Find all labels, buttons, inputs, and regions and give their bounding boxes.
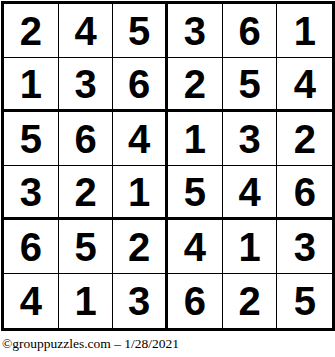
cell-r1c1: 2 [4,4,59,58]
cell-r2c1: 1 [4,58,59,112]
cell-r3c3: 4 [113,112,168,166]
cell-r5c5: 1 [223,220,278,274]
cell-r6c1: 4 [4,274,59,328]
cell-r3c5: 3 [223,112,278,166]
cell-r5c2: 5 [59,220,114,274]
cell-r4c2: 2 [59,166,114,220]
cell-r4c4: 5 [168,166,223,220]
cell-r5c4: 4 [168,220,223,274]
cell-r5c1: 6 [4,220,59,274]
cell-r3c2: 6 [59,112,114,166]
cell-r1c3: 5 [113,4,168,58]
sudoku-board: 245361136254564132321546652413413625 [1,1,335,331]
cell-r6c4: 6 [168,274,223,328]
cell-r3c6: 2 [277,112,332,166]
cell-r3c4: 1 [168,112,223,166]
cell-r1c5: 6 [223,4,278,58]
sudoku-page: 245361136254564132321546652413413625 ©gr… [0,0,335,357]
cell-r2c5: 5 [223,58,278,112]
cell-r1c6: 1 [277,4,332,58]
cell-r6c3: 3 [113,274,168,328]
cell-r6c5: 2 [223,274,278,328]
cell-r3c1: 5 [4,112,59,166]
cell-r4c5: 4 [223,166,278,220]
cell-r4c3: 1 [113,166,168,220]
cell-r4c6: 6 [277,166,332,220]
cell-r2c4: 2 [168,58,223,112]
cell-r2c2: 3 [59,58,114,112]
cell-r6c2: 1 [59,274,114,328]
cell-r1c2: 4 [59,4,114,58]
cell-r1c4: 3 [168,4,223,58]
footer-credit: ©grouppuzzles.com – 1/28/2021 [2,336,179,352]
cell-r2c6: 4 [277,58,332,112]
cell-r5c6: 3 [277,220,332,274]
cell-r2c3: 6 [113,58,168,112]
cell-r6c6: 5 [277,274,332,328]
cell-r5c3: 2 [113,220,168,274]
cell-r4c1: 3 [4,166,59,220]
